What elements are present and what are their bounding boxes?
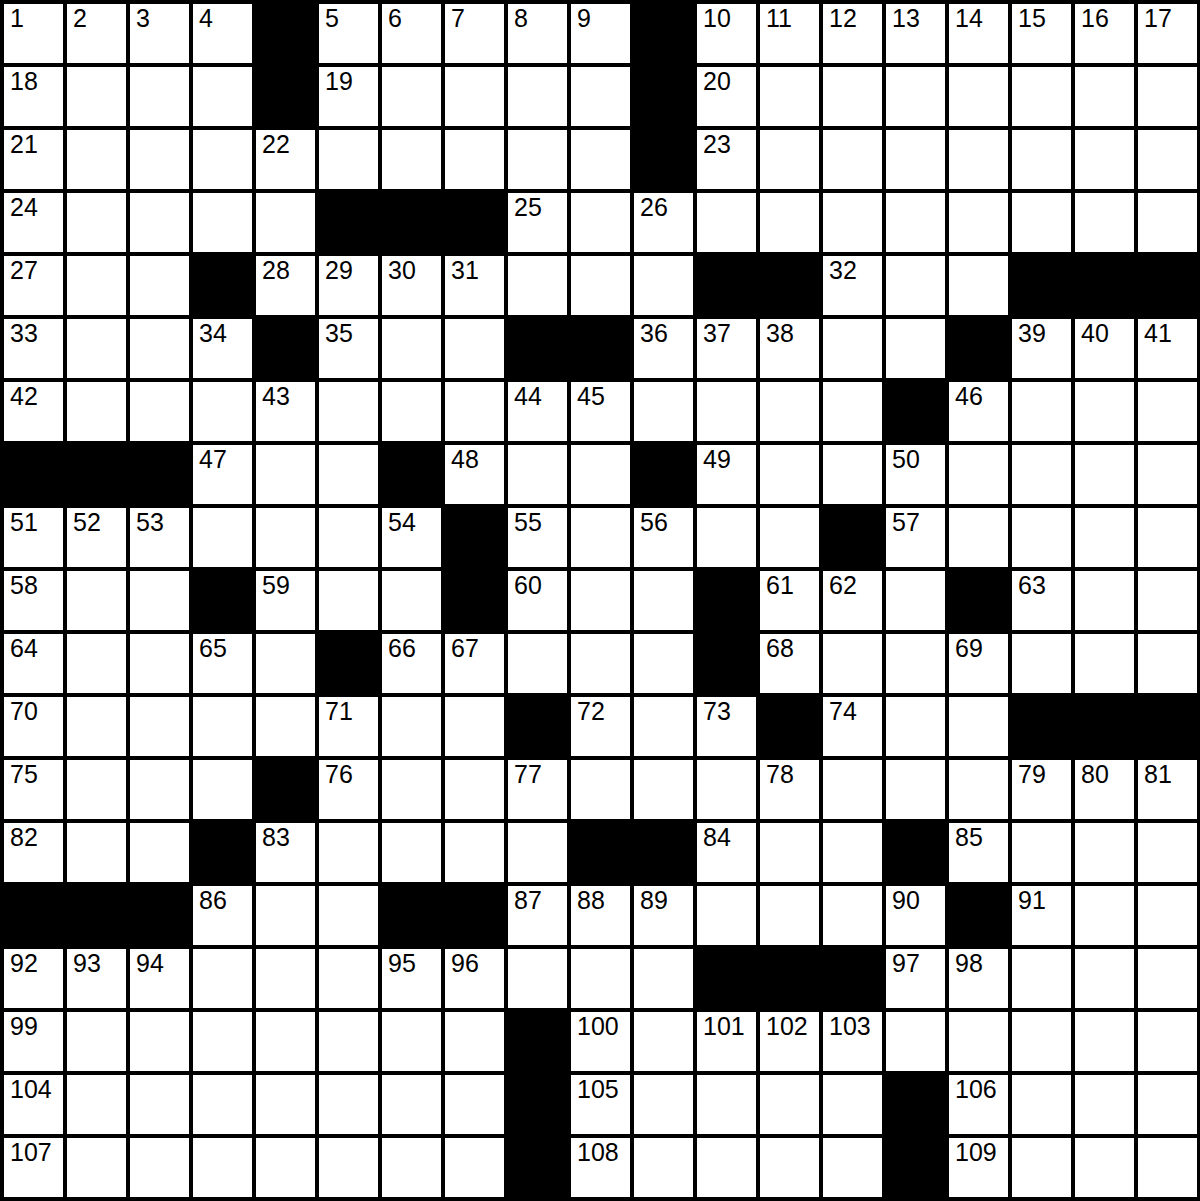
white-cell-r15c9[interactable]: 87 (508, 886, 567, 945)
white-cell-r11c8[interactable]: 67 (445, 634, 504, 693)
white-cell-r9c10[interactable] (571, 508, 630, 567)
white-cell-r8c9[interactable] (508, 445, 567, 504)
white-cell-r16c9[interactable] (508, 949, 567, 1008)
white-cell-r13c4[interactable] (193, 760, 252, 819)
white-cell-r13c11[interactable] (634, 760, 693, 819)
white-cell-r13c12[interactable] (697, 760, 756, 819)
white-cell-r7c5[interactable]: 43 (256, 382, 315, 441)
white-cell-r2c6[interactable]: 19 (319, 67, 378, 126)
white-cell-r6c18[interactable]: 40 (1075, 319, 1134, 378)
white-cell-r6c8[interactable] (445, 319, 504, 378)
white-cell-r10c18[interactable] (1075, 571, 1134, 630)
white-cell-r1c14[interactable]: 12 (823, 4, 882, 63)
white-cell-r5c15[interactable] (886, 256, 945, 315)
white-cell-r8c16[interactable] (949, 445, 1008, 504)
white-cell-r19c14[interactable] (823, 1138, 882, 1197)
white-cell-r16c6[interactable] (319, 949, 378, 1008)
white-cell-r4c15[interactable] (886, 193, 945, 252)
white-cell-r14c19[interactable] (1138, 823, 1197, 882)
white-cell-r7c3[interactable] (130, 382, 189, 441)
white-cell-r3c9[interactable] (508, 130, 567, 189)
white-cell-r5c7[interactable]: 30 (382, 256, 441, 315)
white-cell-r3c10[interactable] (571, 130, 630, 189)
white-cell-r12c11[interactable] (634, 697, 693, 756)
white-cell-r8c8[interactable]: 48 (445, 445, 504, 504)
white-cell-r17c19[interactable] (1138, 1012, 1197, 1071)
white-cell-r1c1[interactable]: 1 (4, 4, 63, 63)
white-cell-r4c10[interactable] (571, 193, 630, 252)
white-cell-r7c17[interactable] (1012, 382, 1071, 441)
white-cell-r4c5[interactable] (256, 193, 315, 252)
white-cell-r11c5[interactable] (256, 634, 315, 693)
white-cell-r13c18[interactable]: 80 (1075, 760, 1134, 819)
white-cell-r9c18[interactable] (1075, 508, 1134, 567)
white-cell-r5c8[interactable]: 31 (445, 256, 504, 315)
white-cell-r10c11[interactable] (634, 571, 693, 630)
white-cell-r19c10[interactable]: 108 (571, 1138, 630, 1197)
white-cell-r6c13[interactable]: 38 (760, 319, 819, 378)
white-cell-r2c1[interactable]: 18 (4, 67, 63, 126)
white-cell-r6c6[interactable]: 35 (319, 319, 378, 378)
white-cell-r17c5[interactable] (256, 1012, 315, 1071)
white-cell-r6c17[interactable]: 39 (1012, 319, 1071, 378)
white-cell-r17c7[interactable] (382, 1012, 441, 1071)
white-cell-r13c16[interactable] (949, 760, 1008, 819)
white-cell-r1c18[interactable]: 16 (1075, 4, 1134, 63)
white-cell-r9c3[interactable]: 53 (130, 508, 189, 567)
white-cell-r7c12[interactable] (697, 382, 756, 441)
white-cell-r16c4[interactable] (193, 949, 252, 1008)
white-cell-r19c3[interactable] (130, 1138, 189, 1197)
white-cell-r6c3[interactable] (130, 319, 189, 378)
white-cell-r16c15[interactable]: 97 (886, 949, 945, 1008)
white-cell-r18c18[interactable] (1075, 1075, 1134, 1134)
white-cell-r19c2[interactable] (67, 1138, 126, 1197)
white-cell-r2c18[interactable] (1075, 67, 1134, 126)
white-cell-r15c11[interactable]: 89 (634, 886, 693, 945)
white-cell-r15c18[interactable] (1075, 886, 1134, 945)
white-cell-r15c12[interactable] (697, 886, 756, 945)
white-cell-r12c7[interactable] (382, 697, 441, 756)
white-cell-r4c9[interactable]: 25 (508, 193, 567, 252)
white-cell-r17c10[interactable]: 100 (571, 1012, 630, 1071)
white-cell-r9c9[interactable]: 55 (508, 508, 567, 567)
white-cell-r1c6[interactable]: 5 (319, 4, 378, 63)
white-cell-r3c6[interactable] (319, 130, 378, 189)
white-cell-r13c7[interactable] (382, 760, 441, 819)
white-cell-r8c6[interactable] (319, 445, 378, 504)
white-cell-r8c4[interactable]: 47 (193, 445, 252, 504)
white-cell-r7c6[interactable] (319, 382, 378, 441)
white-cell-r18c4[interactable] (193, 1075, 252, 1134)
white-cell-r15c19[interactable] (1138, 886, 1197, 945)
white-cell-r17c15[interactable] (886, 1012, 945, 1071)
white-cell-r17c18[interactable] (1075, 1012, 1134, 1071)
white-cell-r7c2[interactable] (67, 382, 126, 441)
white-cell-r11c15[interactable] (886, 634, 945, 693)
white-cell-r5c5[interactable]: 28 (256, 256, 315, 315)
white-cell-r9c6[interactable] (319, 508, 378, 567)
white-cell-r4c1[interactable]: 24 (4, 193, 63, 252)
white-cell-r8c18[interactable] (1075, 445, 1134, 504)
white-cell-r17c14[interactable]: 103 (823, 1012, 882, 1071)
white-cell-r15c5[interactable] (256, 886, 315, 945)
white-cell-r4c4[interactable] (193, 193, 252, 252)
white-cell-r16c18[interactable] (1075, 949, 1134, 1008)
white-cell-r19c17[interactable] (1012, 1138, 1071, 1197)
white-cell-r19c19[interactable] (1138, 1138, 1197, 1197)
white-cell-r9c16[interactable] (949, 508, 1008, 567)
white-cell-r10c19[interactable] (1138, 571, 1197, 630)
white-cell-r4c18[interactable] (1075, 193, 1134, 252)
white-cell-r7c9[interactable]: 44 (508, 382, 567, 441)
white-cell-r17c16[interactable] (949, 1012, 1008, 1071)
white-cell-r13c8[interactable] (445, 760, 504, 819)
white-cell-r16c16[interactable]: 98 (949, 949, 1008, 1008)
white-cell-r5c11[interactable] (634, 256, 693, 315)
white-cell-r11c7[interactable]: 66 (382, 634, 441, 693)
white-cell-r16c19[interactable] (1138, 949, 1197, 1008)
white-cell-r9c19[interactable] (1138, 508, 1197, 567)
white-cell-r7c14[interactable] (823, 382, 882, 441)
white-cell-r6c2[interactable] (67, 319, 126, 378)
white-cell-r13c14[interactable] (823, 760, 882, 819)
white-cell-r18c5[interactable] (256, 1075, 315, 1134)
white-cell-r16c10[interactable] (571, 949, 630, 1008)
white-cell-r15c6[interactable] (319, 886, 378, 945)
white-cell-r14c14[interactable] (823, 823, 882, 882)
white-cell-r8c10[interactable] (571, 445, 630, 504)
white-cell-r1c19[interactable]: 17 (1138, 4, 1197, 63)
white-cell-r7c4[interactable] (193, 382, 252, 441)
white-cell-r15c10[interactable]: 88 (571, 886, 630, 945)
white-cell-r7c1[interactable]: 42 (4, 382, 63, 441)
white-cell-r19c5[interactable] (256, 1138, 315, 1197)
white-cell-r15c17[interactable]: 91 (1012, 886, 1071, 945)
white-cell-r2c9[interactable] (508, 67, 567, 126)
white-cell-r5c10[interactable] (571, 256, 630, 315)
white-cell-r14c7[interactable] (382, 823, 441, 882)
white-cell-r2c19[interactable] (1138, 67, 1197, 126)
white-cell-r14c6[interactable] (319, 823, 378, 882)
white-cell-r1c2[interactable]: 2 (67, 4, 126, 63)
white-cell-r1c16[interactable]: 14 (949, 4, 1008, 63)
white-cell-r6c7[interactable] (382, 319, 441, 378)
white-cell-r19c8[interactable] (445, 1138, 504, 1197)
white-cell-r11c14[interactable] (823, 634, 882, 693)
white-cell-r9c17[interactable] (1012, 508, 1071, 567)
white-cell-r1c17[interactable]: 15 (1012, 4, 1071, 63)
white-cell-r14c2[interactable] (67, 823, 126, 882)
white-cell-r18c11[interactable] (634, 1075, 693, 1134)
white-cell-r4c17[interactable] (1012, 193, 1071, 252)
white-cell-r17c8[interactable] (445, 1012, 504, 1071)
white-cell-r13c15[interactable] (886, 760, 945, 819)
white-cell-r3c4[interactable] (193, 130, 252, 189)
white-cell-r13c1[interactable]: 75 (4, 760, 63, 819)
white-cell-r2c15[interactable] (886, 67, 945, 126)
white-cell-r6c15[interactable] (886, 319, 945, 378)
white-cell-r19c16[interactable]: 109 (949, 1138, 1008, 1197)
white-cell-r10c5[interactable]: 59 (256, 571, 315, 630)
white-cell-r2c14[interactable] (823, 67, 882, 126)
white-cell-r3c17[interactable] (1012, 130, 1071, 189)
white-cell-r18c19[interactable] (1138, 1075, 1197, 1134)
white-cell-r14c8[interactable] (445, 823, 504, 882)
white-cell-r18c12[interactable] (697, 1075, 756, 1134)
white-cell-r18c17[interactable] (1012, 1075, 1071, 1134)
white-cell-r17c2[interactable] (67, 1012, 126, 1071)
white-cell-r9c7[interactable]: 54 (382, 508, 441, 567)
white-cell-r12c6[interactable]: 71 (319, 697, 378, 756)
white-cell-r15c15[interactable]: 90 (886, 886, 945, 945)
white-cell-r1c10[interactable]: 9 (571, 4, 630, 63)
white-cell-r7c19[interactable] (1138, 382, 1197, 441)
white-cell-r19c18[interactable] (1075, 1138, 1134, 1197)
white-cell-r4c14[interactable] (823, 193, 882, 252)
white-cell-r2c7[interactable] (382, 67, 441, 126)
white-cell-r15c13[interactable] (760, 886, 819, 945)
white-cell-r12c16[interactable] (949, 697, 1008, 756)
white-cell-r11c9[interactable] (508, 634, 567, 693)
white-cell-r4c12[interactable] (697, 193, 756, 252)
white-cell-r8c17[interactable] (1012, 445, 1071, 504)
white-cell-r8c14[interactable] (823, 445, 882, 504)
white-cell-r3c14[interactable] (823, 130, 882, 189)
white-cell-r1c15[interactable]: 13 (886, 4, 945, 63)
white-cell-r7c18[interactable] (1075, 382, 1134, 441)
white-cell-r2c10[interactable] (571, 67, 630, 126)
white-cell-r7c11[interactable] (634, 382, 693, 441)
white-cell-r18c3[interactable] (130, 1075, 189, 1134)
white-cell-r2c4[interactable] (193, 67, 252, 126)
white-cell-r8c15[interactable]: 50 (886, 445, 945, 504)
white-cell-r10c6[interactable] (319, 571, 378, 630)
white-cell-r8c13[interactable] (760, 445, 819, 504)
white-cell-r5c3[interactable] (130, 256, 189, 315)
white-cell-r3c5[interactable]: 22 (256, 130, 315, 189)
white-cell-r2c12[interactable]: 20 (697, 67, 756, 126)
white-cell-r10c7[interactable] (382, 571, 441, 630)
white-cell-r17c1[interactable]: 99 (4, 1012, 63, 1071)
white-cell-r8c19[interactable] (1138, 445, 1197, 504)
white-cell-r7c7[interactable] (382, 382, 441, 441)
white-cell-r19c1[interactable]: 107 (4, 1138, 63, 1197)
white-cell-r5c1[interactable]: 27 (4, 256, 63, 315)
white-cell-r18c13[interactable] (760, 1075, 819, 1134)
white-cell-r11c17[interactable] (1012, 634, 1071, 693)
white-cell-r4c2[interactable] (67, 193, 126, 252)
white-cell-r13c17[interactable]: 79 (1012, 760, 1071, 819)
white-cell-r8c12[interactable]: 49 (697, 445, 756, 504)
white-cell-r12c3[interactable] (130, 697, 189, 756)
white-cell-r16c5[interactable] (256, 949, 315, 1008)
white-cell-r15c4[interactable]: 86 (193, 886, 252, 945)
white-cell-r17c4[interactable] (193, 1012, 252, 1071)
white-cell-r11c1[interactable]: 64 (4, 634, 63, 693)
white-cell-r10c3[interactable] (130, 571, 189, 630)
white-cell-r13c6[interactable]: 76 (319, 760, 378, 819)
white-cell-r6c19[interactable]: 41 (1138, 319, 1197, 378)
white-cell-r14c18[interactable] (1075, 823, 1134, 882)
white-cell-r10c13[interactable]: 61 (760, 571, 819, 630)
white-cell-r19c11[interactable] (634, 1138, 693, 1197)
white-cell-r4c16[interactable] (949, 193, 1008, 252)
white-cell-r10c10[interactable] (571, 571, 630, 630)
white-cell-r12c12[interactable]: 73 (697, 697, 756, 756)
white-cell-r14c1[interactable]: 82 (4, 823, 63, 882)
white-cell-r13c19[interactable]: 81 (1138, 760, 1197, 819)
white-cell-r17c13[interactable]: 102 (760, 1012, 819, 1071)
white-cell-r11c3[interactable] (130, 634, 189, 693)
white-cell-r5c9[interactable] (508, 256, 567, 315)
white-cell-r10c2[interactable] (67, 571, 126, 630)
white-cell-r1c8[interactable]: 7 (445, 4, 504, 63)
white-cell-r11c2[interactable] (67, 634, 126, 693)
white-cell-r6c14[interactable] (823, 319, 882, 378)
white-cell-r2c16[interactable] (949, 67, 1008, 126)
white-cell-r5c2[interactable] (67, 256, 126, 315)
white-cell-r11c16[interactable]: 69 (949, 634, 1008, 693)
white-cell-r1c4[interactable]: 4 (193, 4, 252, 63)
white-cell-r17c17[interactable] (1012, 1012, 1071, 1071)
white-cell-r1c13[interactable]: 11 (760, 4, 819, 63)
white-cell-r1c12[interactable]: 10 (697, 4, 756, 63)
white-cell-r12c2[interactable] (67, 697, 126, 756)
white-cell-r16c17[interactable] (1012, 949, 1071, 1008)
white-cell-r12c8[interactable] (445, 697, 504, 756)
white-cell-r19c6[interactable] (319, 1138, 378, 1197)
white-cell-r9c5[interactable] (256, 508, 315, 567)
white-cell-r16c3[interactable]: 94 (130, 949, 189, 1008)
white-cell-r11c10[interactable] (571, 634, 630, 693)
white-cell-r6c11[interactable]: 36 (634, 319, 693, 378)
white-cell-r16c7[interactable]: 95 (382, 949, 441, 1008)
white-cell-r18c7[interactable] (382, 1075, 441, 1134)
white-cell-r7c13[interactable] (760, 382, 819, 441)
white-cell-r14c5[interactable]: 83 (256, 823, 315, 882)
white-cell-r17c11[interactable] (634, 1012, 693, 1071)
white-cell-r18c6[interactable] (319, 1075, 378, 1134)
white-cell-r2c2[interactable] (67, 67, 126, 126)
white-cell-r5c14[interactable]: 32 (823, 256, 882, 315)
white-cell-r13c2[interactable] (67, 760, 126, 819)
white-cell-r12c14[interactable]: 74 (823, 697, 882, 756)
white-cell-r9c13[interactable] (760, 508, 819, 567)
white-cell-r11c4[interactable]: 65 (193, 634, 252, 693)
white-cell-r5c16[interactable] (949, 256, 1008, 315)
white-cell-r17c12[interactable]: 101 (697, 1012, 756, 1071)
white-cell-r1c9[interactable]: 8 (508, 4, 567, 63)
white-cell-r17c3[interactable] (130, 1012, 189, 1071)
white-cell-r13c13[interactable]: 78 (760, 760, 819, 819)
white-cell-r11c19[interactable] (1138, 634, 1197, 693)
white-cell-r3c1[interactable]: 21 (4, 130, 63, 189)
white-cell-r3c3[interactable] (130, 130, 189, 189)
white-cell-r4c3[interactable] (130, 193, 189, 252)
white-cell-r9c2[interactable]: 52 (67, 508, 126, 567)
white-cell-r19c7[interactable] (382, 1138, 441, 1197)
white-cell-r14c17[interactable] (1012, 823, 1071, 882)
white-cell-r14c3[interactable] (130, 823, 189, 882)
white-cell-r10c9[interactable]: 60 (508, 571, 567, 630)
white-cell-r16c8[interactable]: 96 (445, 949, 504, 1008)
white-cell-r11c18[interactable] (1075, 634, 1134, 693)
white-cell-r16c1[interactable]: 92 (4, 949, 63, 1008)
white-cell-r12c5[interactable] (256, 697, 315, 756)
white-cell-r3c2[interactable] (67, 130, 126, 189)
white-cell-r16c11[interactable] (634, 949, 693, 1008)
white-cell-r18c1[interactable]: 104 (4, 1075, 63, 1134)
white-cell-r11c11[interactable] (634, 634, 693, 693)
white-cell-r9c11[interactable]: 56 (634, 508, 693, 567)
white-cell-r18c10[interactable]: 105 (571, 1075, 630, 1134)
white-cell-r4c11[interactable]: 26 (634, 193, 693, 252)
white-cell-r2c3[interactable] (130, 67, 189, 126)
white-cell-r5c6[interactable]: 29 (319, 256, 378, 315)
white-cell-r12c4[interactable] (193, 697, 252, 756)
white-cell-r14c12[interactable]: 84 (697, 823, 756, 882)
white-cell-r10c17[interactable]: 63 (1012, 571, 1071, 630)
white-cell-r1c7[interactable]: 6 (382, 4, 441, 63)
white-cell-r13c3[interactable] (130, 760, 189, 819)
white-cell-r10c14[interactable]: 62 (823, 571, 882, 630)
white-cell-r7c10[interactable]: 45 (571, 382, 630, 441)
white-cell-r12c10[interactable]: 72 (571, 697, 630, 756)
white-cell-r4c13[interactable] (760, 193, 819, 252)
white-cell-r8c5[interactable] (256, 445, 315, 504)
white-cell-r12c15[interactable] (886, 697, 945, 756)
white-cell-r14c9[interactable] (508, 823, 567, 882)
white-cell-r3c16[interactable] (949, 130, 1008, 189)
white-cell-r11c13[interactable]: 68 (760, 634, 819, 693)
white-cell-r4c19[interactable] (1138, 193, 1197, 252)
white-cell-r18c14[interactable] (823, 1075, 882, 1134)
white-cell-r7c16[interactable]: 46 (949, 382, 1008, 441)
white-cell-r3c7[interactable] (382, 130, 441, 189)
white-cell-r3c12[interactable]: 23 (697, 130, 756, 189)
white-cell-r18c16[interactable]: 106 (949, 1075, 1008, 1134)
white-cell-r16c2[interactable]: 93 (67, 949, 126, 1008)
white-cell-r10c15[interactable] (886, 571, 945, 630)
white-cell-r3c15[interactable] (886, 130, 945, 189)
white-cell-r9c15[interactable]: 57 (886, 508, 945, 567)
white-cell-r19c13[interactable] (760, 1138, 819, 1197)
white-cell-r17c6[interactable] (319, 1012, 378, 1071)
white-cell-r2c8[interactable] (445, 67, 504, 126)
white-cell-r19c12[interactable] (697, 1138, 756, 1197)
white-cell-r10c1[interactable]: 58 (4, 571, 63, 630)
white-cell-r19c4[interactable] (193, 1138, 252, 1197)
white-cell-r7c8[interactable] (445, 382, 504, 441)
white-cell-r1c3[interactable]: 3 (130, 4, 189, 63)
white-cell-r12c1[interactable]: 70 (4, 697, 63, 756)
white-cell-r9c1[interactable]: 51 (4, 508, 63, 567)
white-cell-r14c16[interactable]: 85 (949, 823, 1008, 882)
white-cell-r3c19[interactable] (1138, 130, 1197, 189)
white-cell-r15c14[interactable] (823, 886, 882, 945)
white-cell-r6c1[interactable]: 33 (4, 319, 63, 378)
white-cell-r18c2[interactable] (67, 1075, 126, 1134)
white-cell-r18c8[interactable] (445, 1075, 504, 1134)
white-cell-r3c8[interactable] (445, 130, 504, 189)
white-cell-r2c13[interactable] (760, 67, 819, 126)
white-cell-r6c4[interactable]: 34 (193, 319, 252, 378)
white-cell-r13c9[interactable]: 77 (508, 760, 567, 819)
white-cell-r3c18[interactable] (1075, 130, 1134, 189)
white-cell-r13c10[interactable] (571, 760, 630, 819)
white-cell-r14c13[interactable] (760, 823, 819, 882)
